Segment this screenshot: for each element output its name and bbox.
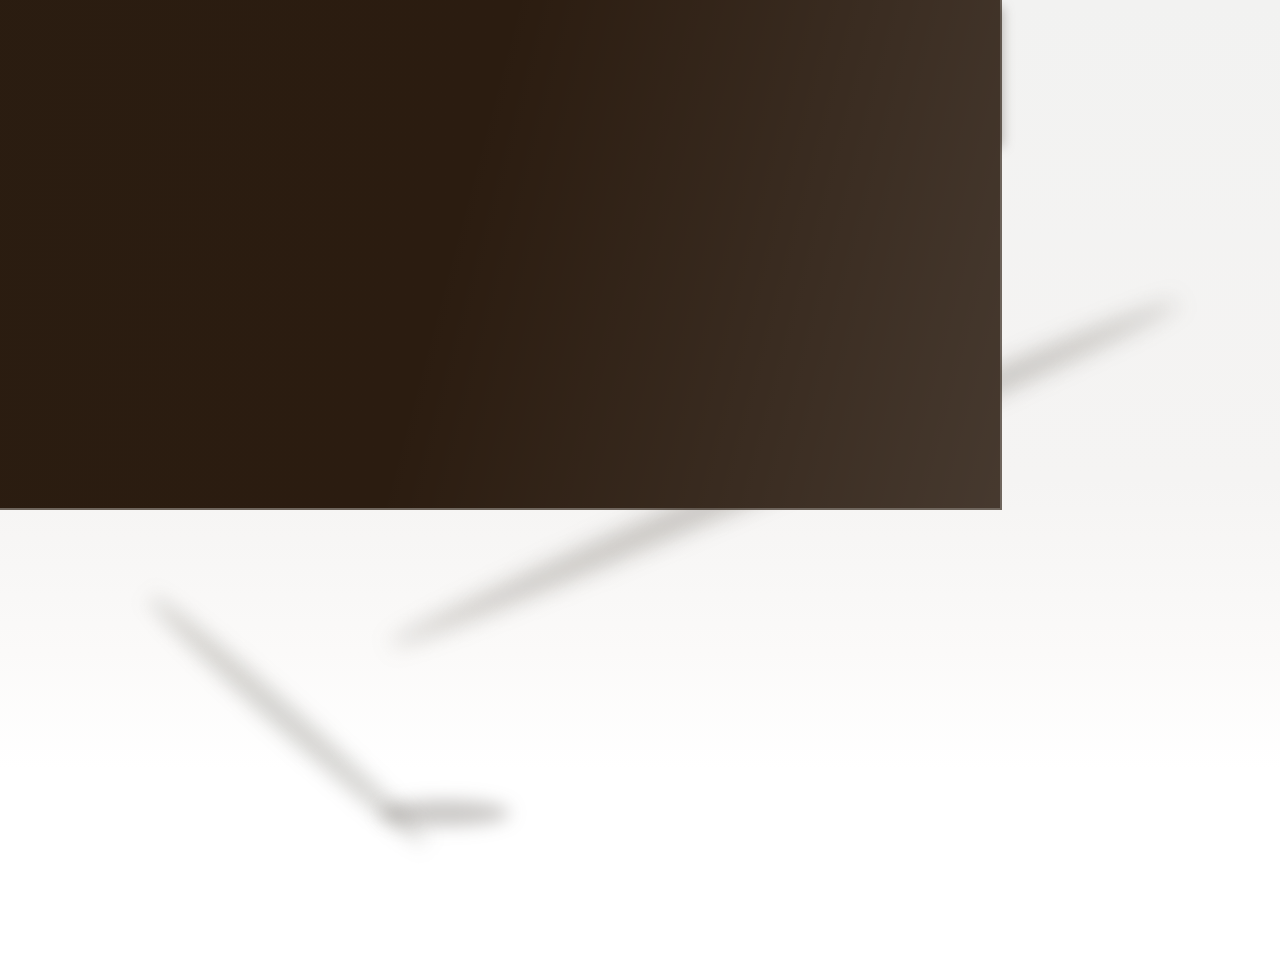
product-photo (0, 0, 1280, 960)
box-shadow-foot (380, 800, 510, 826)
chessboard-top (0, 0, 1000, 508)
